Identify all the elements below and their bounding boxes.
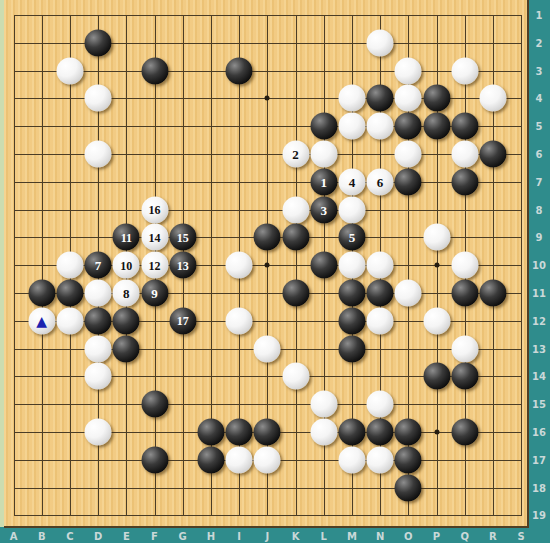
stone-M12[interactable] xyxy=(338,307,365,334)
move-number-label: 8 xyxy=(123,287,130,300)
stone-O16[interactable] xyxy=(395,419,422,446)
coordinate-number-10: 10 xyxy=(532,260,546,271)
coordinate-letter-N: N xyxy=(376,531,384,542)
stone-L16[interactable] xyxy=(310,419,337,446)
coordinate-number-15: 15 xyxy=(532,399,546,410)
stone-L8[interactable]: 3 xyxy=(310,196,337,223)
stone-R6[interactable] xyxy=(479,141,506,168)
stone-O5[interactable] xyxy=(395,113,422,140)
coordinate-letter-H: H xyxy=(207,531,215,542)
coordinate-number-7: 7 xyxy=(536,176,543,187)
grid-horizontal-line xyxy=(14,488,523,489)
stone-N15[interactable] xyxy=(367,391,394,418)
coordinate-number-16: 16 xyxy=(532,427,546,438)
stone-Q7[interactable] xyxy=(451,168,478,195)
stone-Q6[interactable] xyxy=(451,141,478,168)
move-number-label: 3 xyxy=(320,203,327,216)
move-number-label: 4 xyxy=(349,175,356,188)
stone-J13[interactable] xyxy=(254,335,281,362)
coordinate-letter-M: M xyxy=(347,531,357,542)
move-number-label: 2 xyxy=(292,148,299,161)
stone-H16[interactable] xyxy=(197,419,224,446)
stone-M13[interactable] xyxy=(338,335,365,362)
coordinate-number-2: 2 xyxy=(536,37,543,48)
coordinate-number-4: 4 xyxy=(536,93,543,104)
coordinate-number-1: 1 xyxy=(536,10,543,21)
stone-K11[interactable] xyxy=(282,280,309,307)
grid-vertical-line xyxy=(521,15,522,516)
stone-N11[interactable] xyxy=(367,280,394,307)
stone-M10[interactable] xyxy=(338,252,365,279)
move-number-label: 10 xyxy=(120,259,132,271)
coordinate-number-17: 17 xyxy=(532,454,546,465)
stone-R11[interactable] xyxy=(479,280,506,307)
stone-Q5[interactable] xyxy=(451,113,478,140)
stone-I12[interactable] xyxy=(226,307,253,334)
stone-O4[interactable] xyxy=(395,85,422,112)
coordinate-number-18: 18 xyxy=(532,482,546,493)
stone-Q14[interactable] xyxy=(451,363,478,390)
move-number-label: 7 xyxy=(95,259,102,272)
coordinate-letter-A: A xyxy=(10,531,18,542)
coordinate-number-3: 3 xyxy=(536,65,543,76)
move-number-label: 13 xyxy=(177,259,189,271)
stone-P14[interactable] xyxy=(423,363,450,390)
stone-G9[interactable]: 15 xyxy=(169,224,196,251)
stone-R4[interactable] xyxy=(479,85,506,112)
stone-D13[interactable] xyxy=(85,335,112,362)
grid-horizontal-line xyxy=(14,515,523,516)
stone-P5[interactable] xyxy=(423,113,450,140)
stone-M9[interactable]: 5 xyxy=(338,224,365,251)
stone-M8[interactable] xyxy=(338,196,365,223)
coordinate-number-5: 5 xyxy=(536,121,543,132)
stone-I16[interactable] xyxy=(226,419,253,446)
stone-L10[interactable] xyxy=(310,252,337,279)
star-point xyxy=(434,263,439,268)
stone-D12[interactable] xyxy=(85,307,112,334)
stone-M16[interactable] xyxy=(338,419,365,446)
stone-N16[interactable] xyxy=(367,419,394,446)
stone-D4[interactable] xyxy=(85,85,112,112)
star-point xyxy=(434,430,439,435)
move-number-label: 14 xyxy=(149,231,161,243)
coordinate-letter-K: K xyxy=(292,531,300,542)
stone-I10[interactable] xyxy=(226,252,253,279)
coordinate-letter-B: B xyxy=(38,531,46,542)
stone-M4[interactable] xyxy=(338,85,365,112)
grid-horizontal-line xyxy=(14,404,523,405)
move-number-label: 17 xyxy=(177,315,189,327)
stone-Q13[interactable] xyxy=(451,335,478,362)
stone-L5[interactable] xyxy=(310,113,337,140)
coordinate-letter-I: I xyxy=(237,531,241,542)
stone-D11[interactable] xyxy=(85,280,112,307)
stone-L6[interactable] xyxy=(310,141,337,168)
coordinate-letter-O: O xyxy=(404,531,413,542)
stone-P9[interactable] xyxy=(423,224,450,251)
coordinate-letter-E: E xyxy=(123,531,130,542)
stone-C12[interactable] xyxy=(56,307,83,334)
stone-N10[interactable] xyxy=(367,252,394,279)
move-number-label: 11 xyxy=(121,231,132,243)
stone-E11[interactable]: 8 xyxy=(113,280,140,307)
stone-B12[interactable]: ▲ xyxy=(28,307,55,334)
stone-J9[interactable] xyxy=(254,224,281,251)
stone-O7[interactable] xyxy=(395,168,422,195)
stone-F8[interactable]: 16 xyxy=(141,196,168,223)
stone-O3[interactable] xyxy=(395,57,422,84)
coordinate-letter-P: P xyxy=(433,531,440,542)
coordinate-number-13: 13 xyxy=(532,343,546,354)
coordinate-letter-J: J xyxy=(265,531,269,542)
coordinate-number-6: 6 xyxy=(536,149,543,160)
stone-E13[interactable] xyxy=(113,335,140,362)
stone-L7[interactable]: 1 xyxy=(310,168,337,195)
move-number-label: 6 xyxy=(377,175,384,188)
stone-N4[interactable] xyxy=(367,85,394,112)
stone-E10[interactable]: 10 xyxy=(113,252,140,279)
stone-D16[interactable] xyxy=(85,419,112,446)
coordinate-number-14: 14 xyxy=(532,371,546,382)
coordinate-letter-F: F xyxy=(151,531,158,542)
stone-M7[interactable]: 4 xyxy=(338,168,365,195)
stone-N17[interactable] xyxy=(367,446,394,473)
stone-G12[interactable]: 17 xyxy=(169,307,196,334)
stone-Q10[interactable] xyxy=(451,252,478,279)
coordinate-number-8: 8 xyxy=(536,204,543,215)
stone-K14[interactable] xyxy=(282,363,309,390)
stone-Q16[interactable] xyxy=(451,419,478,446)
move-number-label: 12 xyxy=(149,259,161,271)
stone-N7[interactable]: 6 xyxy=(367,168,394,195)
stone-F9[interactable]: 14 xyxy=(141,224,168,251)
stone-O17[interactable] xyxy=(395,446,422,473)
coordinate-number-12: 12 xyxy=(532,315,546,326)
triangle-mark-icon: ▲ xyxy=(36,314,47,328)
move-number-label: 15 xyxy=(177,231,189,243)
stone-K9[interactable] xyxy=(282,224,309,251)
stone-C10[interactable] xyxy=(56,252,83,279)
star-point xyxy=(265,263,270,268)
stone-F11[interactable]: 9 xyxy=(141,280,168,307)
stone-J16[interactable] xyxy=(254,419,281,446)
stone-N2[interactable] xyxy=(367,29,394,56)
move-number-label: 5 xyxy=(349,231,356,244)
grid-vertical-line xyxy=(296,15,297,516)
coordinate-letter-D: D xyxy=(94,531,102,542)
stone-P4[interactable] xyxy=(423,85,450,112)
stone-C3[interactable] xyxy=(56,57,83,84)
coordinate-letter-Q: Q xyxy=(460,531,469,542)
stone-F17[interactable] xyxy=(141,446,168,473)
stone-B11[interactable] xyxy=(28,280,55,307)
stone-I3[interactable] xyxy=(226,57,253,84)
stone-M11[interactable] xyxy=(338,280,365,307)
stone-M5[interactable] xyxy=(338,113,365,140)
stone-O18[interactable] xyxy=(395,474,422,501)
stone-O6[interactable] xyxy=(395,141,422,168)
stone-F15[interactable] xyxy=(141,391,168,418)
stone-Q3[interactable] xyxy=(451,57,478,84)
stone-I17[interactable] xyxy=(226,446,253,473)
stone-F3[interactable] xyxy=(141,57,168,84)
stone-E9[interactable]: 11 xyxy=(113,224,140,251)
coordinate-letter-G: G xyxy=(179,531,187,542)
stone-F10[interactable]: 12 xyxy=(141,252,168,279)
stone-D10[interactable]: 7 xyxy=(85,252,112,279)
stone-N12[interactable] xyxy=(367,307,394,334)
star-point xyxy=(265,96,270,101)
stone-O11[interactable] xyxy=(395,280,422,307)
coordinate-number-19: 19 xyxy=(532,510,546,521)
coordinate-letter-L: L xyxy=(321,531,327,542)
go-diagram: 21461631114155710121389▲17 ABCDEFGHIJKLM… xyxy=(0,0,550,543)
stone-P12[interactable] xyxy=(423,307,450,334)
board-left-edge xyxy=(0,0,4,527)
coordinate-number-9: 9 xyxy=(536,232,543,243)
stone-N5[interactable] xyxy=(367,113,394,140)
move-number-label: 9 xyxy=(151,287,158,300)
stone-C11[interactable] xyxy=(56,280,83,307)
stone-D14[interactable] xyxy=(85,363,112,390)
stone-G10[interactable]: 13 xyxy=(169,252,196,279)
coordinate-letter-C: C xyxy=(66,531,73,542)
stone-M17[interactable] xyxy=(338,446,365,473)
stone-J17[interactable] xyxy=(254,446,281,473)
stone-L15[interactable] xyxy=(310,391,337,418)
stone-D2[interactable] xyxy=(85,29,112,56)
stone-K8[interactable] xyxy=(282,196,309,223)
stone-D6[interactable] xyxy=(85,141,112,168)
move-number-label: 16 xyxy=(149,204,161,216)
stone-E12[interactable] xyxy=(113,307,140,334)
stone-K6[interactable]: 2 xyxy=(282,141,309,168)
move-number-label: 1 xyxy=(320,175,327,188)
stone-H17[interactable] xyxy=(197,446,224,473)
coordinate-letter-S: S xyxy=(517,531,524,542)
coordinate-letter-R: R xyxy=(489,531,497,542)
coordinate-number-11: 11 xyxy=(532,288,546,299)
stone-Q11[interactable] xyxy=(451,280,478,307)
